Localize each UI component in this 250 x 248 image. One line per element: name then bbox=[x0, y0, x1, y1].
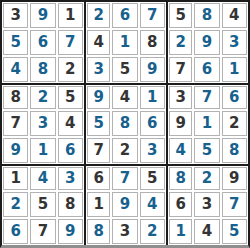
cell-r6c4[interactable]: 7 bbox=[84, 137, 111, 164]
cell-r2c7[interactable]: 2 bbox=[166, 29, 193, 56]
cell-r8c6[interactable]: 4 bbox=[139, 191, 166, 218]
cell-r5c8[interactable]: 1 bbox=[193, 110, 220, 137]
entered-digit: 2 bbox=[87, 3, 110, 28]
entered-digit: 9 bbox=[87, 86, 110, 109]
cell-r1c7[interactable]: 5 bbox=[166, 2, 193, 29]
entered-digit: 7 bbox=[58, 30, 83, 55]
cell-r7c3[interactable]: 3 bbox=[57, 164, 84, 191]
cell-r7c9[interactable]: 9 bbox=[221, 164, 248, 191]
cell-r5c6[interactable]: 6 bbox=[139, 110, 166, 137]
entered-digit: 9 bbox=[58, 219, 83, 244]
entered-digit: 9 bbox=[3, 138, 28, 163]
entered-digit: 6 bbox=[3, 219, 28, 244]
cell-r9c8[interactable]: 4 bbox=[193, 218, 220, 245]
entered-digit: 2 bbox=[169, 30, 192, 55]
cell-r9c5[interactable]: 3 bbox=[111, 218, 138, 245]
cell-r7c8[interactable]: 2 bbox=[193, 164, 220, 191]
cell-r5c7[interactable]: 9 bbox=[166, 110, 193, 137]
entered-digit: 3 bbox=[58, 167, 83, 190]
entered-digit: 3 bbox=[87, 57, 110, 82]
cell-r3c5[interactable]: 5 bbox=[111, 56, 138, 83]
entered-digit: 1 bbox=[140, 86, 165, 109]
given-digit: 8 bbox=[140, 30, 165, 55]
entered-digit: 7 bbox=[222, 192, 247, 217]
cell-r3c1[interactable]: 4 bbox=[2, 56, 29, 83]
cell-r2c5[interactable]: 1 bbox=[111, 29, 138, 56]
entered-digit: 2 bbox=[30, 86, 55, 109]
cell-r2c9[interactable]: 3 bbox=[221, 29, 248, 56]
given-digit: 5 bbox=[140, 167, 165, 190]
sudoku-board: 3912675845674182934823597618259413767345… bbox=[0, 0, 250, 248]
cell-r1c5[interactable]: 6 bbox=[111, 2, 138, 29]
given-digit: 2 bbox=[112, 138, 137, 163]
entered-digit: 8 bbox=[169, 167, 192, 190]
cell-r3c4[interactable]: 3 bbox=[84, 56, 111, 83]
cell-r6c1[interactable]: 9 bbox=[2, 137, 29, 164]
cell-r1c6[interactable]: 7 bbox=[139, 2, 166, 29]
cell-r6c7[interactable]: 4 bbox=[166, 137, 193, 164]
cell-r1c1[interactable]: 3 bbox=[2, 2, 29, 29]
entered-digit: 8 bbox=[30, 57, 55, 82]
cell-r3c9[interactable]: 1 bbox=[221, 56, 248, 83]
cell-r7c7[interactable]: 8 bbox=[166, 164, 193, 191]
entered-digit: 3 bbox=[222, 30, 247, 55]
cell-r2c6[interactable]: 8 bbox=[139, 29, 166, 56]
entered-digit: 4 bbox=[3, 57, 28, 82]
entered-digit: 7 bbox=[194, 86, 219, 109]
entered-digit: 5 bbox=[194, 138, 219, 163]
cell-r2c8[interactable]: 9 bbox=[193, 29, 220, 56]
cell-r3c8[interactable]: 6 bbox=[193, 56, 220, 83]
given-digit: 6 bbox=[169, 192, 192, 217]
cell-r8c4[interactable]: 1 bbox=[84, 191, 111, 218]
entered-digit: 6 bbox=[30, 30, 55, 55]
cell-r6c6[interactable]: 3 bbox=[139, 137, 166, 164]
cell-r5c4[interactable]: 5 bbox=[84, 110, 111, 137]
entered-digit: 2 bbox=[194, 167, 219, 190]
entered-digit: 1 bbox=[194, 111, 219, 136]
given-digit: 8 bbox=[3, 86, 28, 109]
cell-r9c4[interactable]: 8 bbox=[84, 218, 111, 245]
cell-r7c4[interactable]: 6 bbox=[84, 164, 111, 191]
cell-r9c9[interactable]: 5 bbox=[221, 218, 248, 245]
entered-digit: 9 bbox=[112, 192, 137, 217]
given-digit: 3 bbox=[3, 3, 28, 28]
entered-digit: 5 bbox=[3, 30, 28, 55]
entered-digit: 6 bbox=[58, 138, 83, 163]
cell-r2c3[interactable]: 7 bbox=[57, 29, 84, 56]
cell-r6c3[interactable]: 6 bbox=[57, 137, 84, 164]
cell-r8c8[interactable]: 3 bbox=[193, 191, 220, 218]
cell-r8c9[interactable]: 7 bbox=[221, 191, 248, 218]
entered-digit: 6 bbox=[194, 57, 219, 82]
given-digit: 4 bbox=[58, 111, 83, 136]
cell-r7c2[interactable]: 4 bbox=[29, 164, 56, 191]
entered-digit: 9 bbox=[194, 30, 219, 55]
given-digit: 1 bbox=[58, 3, 83, 28]
cell-r9c3[interactable]: 9 bbox=[57, 218, 84, 245]
given-digit: 2 bbox=[58, 57, 83, 82]
given-digit: 2 bbox=[222, 111, 247, 136]
cell-r5c1[interactable]: 7 bbox=[2, 110, 29, 137]
entered-digit: 7 bbox=[140, 3, 165, 28]
entered-digit: 8 bbox=[112, 111, 137, 136]
cell-r5c9[interactable]: 2 bbox=[221, 110, 248, 137]
cell-r7c6[interactable]: 5 bbox=[139, 164, 166, 191]
cell-r4c1[interactable]: 8 bbox=[2, 83, 29, 110]
cell-r5c2[interactable]: 3 bbox=[29, 110, 56, 137]
given-digit: 5 bbox=[169, 3, 192, 28]
cell-r9c2[interactable]: 7 bbox=[29, 218, 56, 245]
entered-digit: 9 bbox=[140, 57, 165, 82]
cell-r1c9[interactable]: 4 bbox=[221, 2, 248, 29]
cell-r5c5[interactable]: 8 bbox=[111, 110, 138, 137]
given-digit: 6 bbox=[87, 167, 110, 190]
cell-r3c3[interactable]: 2 bbox=[57, 56, 84, 83]
cell-r4c7[interactable]: 3 bbox=[166, 83, 193, 110]
entered-digit: 5 bbox=[87, 111, 110, 136]
entered-digit: 8 bbox=[222, 138, 247, 163]
entered-digit: 9 bbox=[30, 3, 55, 28]
entered-digit: 1 bbox=[222, 57, 247, 82]
cell-r4c2[interactable]: 2 bbox=[29, 83, 56, 110]
given-digit: 3 bbox=[194, 192, 219, 217]
cell-r1c3[interactable]: 1 bbox=[57, 2, 84, 29]
cell-r4c4[interactable]: 9 bbox=[84, 83, 111, 110]
given-digit: 4 bbox=[222, 3, 247, 28]
cell-r3c2[interactable]: 8 bbox=[29, 56, 56, 83]
cell-r4c6[interactable]: 1 bbox=[139, 83, 166, 110]
entered-digit: 8 bbox=[87, 219, 110, 244]
entered-digit: 3 bbox=[30, 111, 55, 136]
given-digit: 7 bbox=[30, 219, 55, 244]
given-digit: 7 bbox=[3, 111, 28, 136]
cell-r8c1[interactable]: 2 bbox=[2, 191, 29, 218]
cell-r3c7[interactable]: 7 bbox=[166, 56, 193, 83]
cell-r2c1[interactable]: 5 bbox=[2, 29, 29, 56]
cell-r3c6[interactable]: 9 bbox=[139, 56, 166, 83]
cell-r6c2[interactable]: 1 bbox=[29, 137, 56, 164]
given-digit: 9 bbox=[222, 167, 247, 190]
given-digit: 4 bbox=[112, 86, 137, 109]
cell-r8c3[interactable]: 8 bbox=[57, 191, 84, 218]
given-digit: 7 bbox=[169, 57, 192, 82]
entered-digit: 3 bbox=[140, 138, 165, 163]
given-digit: 9 bbox=[169, 111, 192, 136]
entered-digit: 4 bbox=[169, 138, 192, 163]
given-digit: 4 bbox=[194, 219, 219, 244]
entered-digit: 4 bbox=[140, 192, 165, 217]
given-digit: 3 bbox=[112, 219, 137, 244]
entered-digit: 6 bbox=[112, 3, 137, 28]
cell-r7c1[interactable]: 1 bbox=[2, 164, 29, 191]
cell-r6c8[interactable]: 5 bbox=[193, 137, 220, 164]
cell-r1c4[interactable]: 2 bbox=[84, 2, 111, 29]
cell-r8c5[interactable]: 9 bbox=[111, 191, 138, 218]
entered-digit: 2 bbox=[3, 192, 28, 217]
cell-r2c2[interactable]: 6 bbox=[29, 29, 56, 56]
cell-r4c9[interactable]: 6 bbox=[221, 83, 248, 110]
cell-r8c7[interactable]: 6 bbox=[166, 191, 193, 218]
cell-r1c8[interactable]: 8 bbox=[193, 2, 220, 29]
cell-r5c3[interactable]: 4 bbox=[57, 110, 84, 137]
entered-digit: 5 bbox=[222, 219, 247, 244]
cell-r4c8[interactable]: 7 bbox=[193, 83, 220, 110]
entered-digit: 8 bbox=[194, 3, 219, 28]
entered-digit: 1 bbox=[112, 30, 137, 55]
entered-digit: 4 bbox=[30, 167, 55, 190]
cell-r6c9[interactable]: 8 bbox=[221, 137, 248, 164]
given-digit: 7 bbox=[87, 138, 110, 163]
cell-r2c4[interactable]: 4 bbox=[84, 29, 111, 56]
given-digit: 4 bbox=[87, 30, 110, 55]
given-digit: 8 bbox=[58, 192, 83, 217]
entered-digit: 2 bbox=[140, 219, 165, 244]
cell-r7c5[interactable]: 7 bbox=[111, 164, 138, 191]
given-digit: 1 bbox=[3, 167, 28, 190]
entered-digit: 6 bbox=[222, 86, 247, 109]
entered-digit: 7 bbox=[112, 167, 137, 190]
cell-r9c7[interactable]: 1 bbox=[166, 218, 193, 245]
given-digit: 5 bbox=[112, 57, 137, 82]
cell-r4c5[interactable]: 4 bbox=[111, 83, 138, 110]
cell-r9c6[interactable]: 2 bbox=[139, 218, 166, 245]
entered-digit: 1 bbox=[30, 138, 55, 163]
cell-r4c3[interactable]: 5 bbox=[57, 83, 84, 110]
cell-r9c1[interactable]: 6 bbox=[2, 218, 29, 245]
given-digit: 5 bbox=[58, 86, 83, 109]
entered-digit: 1 bbox=[169, 219, 192, 244]
cell-r1c2[interactable]: 9 bbox=[29, 2, 56, 29]
given-digit: 1 bbox=[87, 192, 110, 217]
given-digit: 3 bbox=[169, 86, 192, 109]
given-digit: 5 bbox=[30, 192, 55, 217]
cell-r8c2[interactable]: 5 bbox=[29, 191, 56, 218]
entered-digit: 6 bbox=[140, 111, 165, 136]
cell-r6c5[interactable]: 2 bbox=[111, 137, 138, 164]
